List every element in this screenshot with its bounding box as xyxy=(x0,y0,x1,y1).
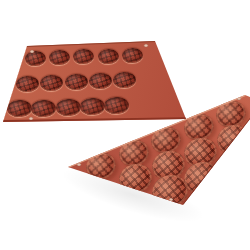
waffle-cavity xyxy=(98,48,120,63)
photo-canvas xyxy=(0,0,250,250)
waffle-cavity xyxy=(122,47,144,62)
waffle-cavity xyxy=(64,74,88,91)
waffle-cavity xyxy=(73,49,95,64)
waffle-cavity xyxy=(55,98,80,116)
waffle-cavity xyxy=(15,75,39,92)
corner-hole xyxy=(144,44,148,47)
waffle-cavity xyxy=(89,73,113,90)
back-mold-top-edge xyxy=(27,40,155,47)
waffle-cavity xyxy=(113,72,137,89)
corner-hole xyxy=(77,163,81,166)
corner-hole xyxy=(30,50,34,53)
waffle-cavity xyxy=(7,100,32,118)
corner-hole xyxy=(29,117,33,120)
waffle-cavity xyxy=(80,97,105,115)
front-mold-sheet xyxy=(0,0,250,250)
corner-hole xyxy=(169,198,173,201)
waffle-bump xyxy=(213,143,250,185)
waffle-cavity xyxy=(49,50,71,65)
waffle-bump xyxy=(245,130,250,172)
waffle-cavity xyxy=(104,97,129,115)
waffle-cavity xyxy=(40,74,64,91)
waffle-cavity xyxy=(31,99,56,117)
waffle-cavity xyxy=(24,51,46,66)
corner-hole xyxy=(237,97,241,100)
